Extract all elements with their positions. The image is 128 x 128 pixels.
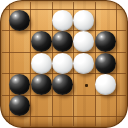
black-stone [52, 74, 73, 95]
white-stone [31, 53, 52, 74]
grid-line-horizontal [2, 116, 126, 117]
white-stone [52, 53, 73, 74]
white-stone [73, 31, 94, 52]
black-stone [95, 53, 116, 74]
black-stone [9, 10, 30, 31]
go-board[interactable] [0, 0, 128, 128]
black-stone [31, 74, 52, 95]
white-stone [95, 74, 116, 95]
white-stone [73, 53, 94, 74]
grid-line-vertical [116, 2, 117, 126]
black-stone [9, 74, 30, 95]
black-stone [31, 31, 52, 52]
black-stone [52, 31, 73, 52]
black-stone [9, 95, 30, 116]
black-stone [95, 31, 116, 52]
white-stone [73, 10, 94, 31]
white-stone [52, 10, 73, 31]
star-point-marker [85, 84, 88, 87]
